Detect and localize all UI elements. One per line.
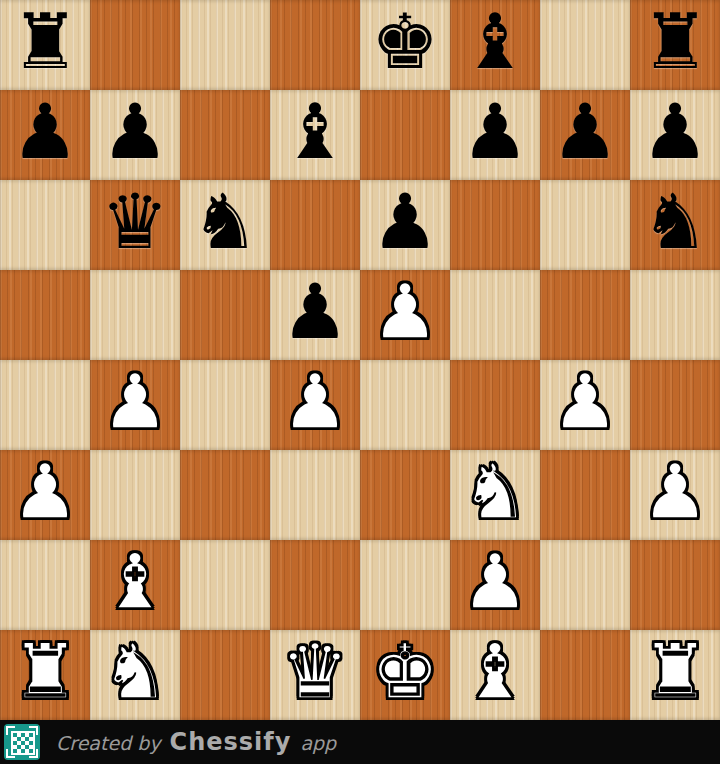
square-h7[interactable]: ♟ — [630, 90, 720, 180]
square-d2[interactable] — [270, 540, 360, 630]
square-a1[interactable]: ♜ — [0, 630, 90, 720]
square-b1[interactable]: ♞ — [90, 630, 180, 720]
black-pawn[interactable]: ♟ — [461, 87, 529, 177]
square-b5[interactable] — [90, 270, 180, 360]
square-e2[interactable] — [360, 540, 450, 630]
white-knight[interactable]: ♞ — [101, 627, 169, 717]
black-bishop[interactable]: ♝ — [461, 0, 529, 87]
white-pawn[interactable]: ♟ — [371, 267, 439, 357]
white-rook[interactable]: ♜ — [641, 627, 709, 717]
white-pawn[interactable]: ♟ — [101, 357, 169, 447]
black-pawn[interactable]: ♟ — [641, 87, 709, 177]
square-a2[interactable] — [0, 540, 90, 630]
white-pawn[interactable]: ♟ — [281, 357, 349, 447]
square-c2[interactable] — [180, 540, 270, 630]
square-g3[interactable] — [540, 450, 630, 540]
square-a4[interactable] — [0, 360, 90, 450]
white-knight[interactable]: ♞ — [461, 447, 529, 537]
square-b6[interactable]: ♛ — [90, 180, 180, 270]
square-f6[interactable] — [450, 180, 540, 270]
black-pawn[interactable]: ♟ — [371, 177, 439, 267]
square-c5[interactable] — [180, 270, 270, 360]
brand-name: Chessify — [170, 728, 292, 756]
square-c1[interactable] — [180, 630, 270, 720]
square-d1[interactable]: ♛ — [270, 630, 360, 720]
square-h6[interactable]: ♞ — [630, 180, 720, 270]
square-b7[interactable]: ♟ — [90, 90, 180, 180]
square-h8[interactable]: ♜ — [630, 0, 720, 90]
square-f3[interactable]: ♞ — [450, 450, 540, 540]
square-g8[interactable] — [540, 0, 630, 90]
square-f1[interactable]: ♝ — [450, 630, 540, 720]
created-by-label: Created by — [56, 732, 161, 754]
square-b8[interactable] — [90, 0, 180, 90]
white-bishop[interactable]: ♝ — [461, 627, 529, 717]
black-knight[interactable]: ♞ — [641, 177, 709, 267]
black-pawn[interactable]: ♟ — [11, 87, 79, 177]
white-pawn[interactable]: ♟ — [461, 537, 529, 627]
square-f2[interactable]: ♟ — [450, 540, 540, 630]
white-bishop[interactable]: ♝ — [101, 537, 169, 627]
square-a3[interactable]: ♟ — [0, 450, 90, 540]
square-a6[interactable] — [0, 180, 90, 270]
black-bishop[interactable]: ♝ — [281, 87, 349, 177]
black-rook[interactable]: ♜ — [641, 0, 709, 87]
checkerboard-icon — [11, 731, 35, 755]
black-pawn[interactable]: ♟ — [281, 267, 349, 357]
square-g7[interactable]: ♟ — [540, 90, 630, 180]
square-d6[interactable] — [270, 180, 360, 270]
square-f4[interactable] — [450, 360, 540, 450]
square-e5[interactable]: ♟ — [360, 270, 450, 360]
footer-bar: Created by Chessify app — [0, 720, 720, 764]
square-a7[interactable]: ♟ — [0, 90, 90, 180]
black-pawn[interactable]: ♟ — [101, 87, 169, 177]
white-pawn[interactable]: ♟ — [641, 447, 709, 537]
square-h2[interactable] — [630, 540, 720, 630]
black-queen[interactable]: ♛ — [101, 177, 169, 267]
chessify-diagram: ♜♚♝♜♟♟♝♟♟♟♛♞♟♞♟♟♟♟♟♟♞♟♝♟♜♞♛♚♝♜ Created b… — [0, 0, 720, 764]
square-g6[interactable] — [540, 180, 630, 270]
square-h1[interactable]: ♜ — [630, 630, 720, 720]
square-d4[interactable]: ♟ — [270, 360, 360, 450]
square-d5[interactable]: ♟ — [270, 270, 360, 360]
app-label: app — [300, 732, 336, 754]
square-g4[interactable]: ♟ — [540, 360, 630, 450]
square-d7[interactable]: ♝ — [270, 90, 360, 180]
white-queen[interactable]: ♛ — [281, 627, 349, 717]
white-king[interactable]: ♚ — [371, 627, 439, 717]
square-a5[interactable] — [0, 270, 90, 360]
square-h3[interactable]: ♟ — [630, 450, 720, 540]
black-pawn[interactable]: ♟ — [551, 87, 619, 177]
square-e8[interactable]: ♚ — [360, 0, 450, 90]
square-e3[interactable] — [360, 450, 450, 540]
square-c6[interactable]: ♞ — [180, 180, 270, 270]
square-a8[interactable]: ♜ — [0, 0, 90, 90]
square-c3[interactable] — [180, 450, 270, 540]
credit-text: Created by Chessify app — [56, 728, 336, 756]
square-g5[interactable] — [540, 270, 630, 360]
white-pawn[interactable]: ♟ — [551, 357, 619, 447]
chessify-logo-icon — [4, 724, 40, 760]
chess-board: ♜♚♝♜♟♟♝♟♟♟♛♞♟♞♟♟♟♟♟♟♞♟♝♟♜♞♛♚♝♜ — [0, 0, 720, 720]
square-d8[interactable] — [270, 0, 360, 90]
black-king[interactable]: ♚ — [371, 0, 439, 87]
square-e1[interactable]: ♚ — [360, 630, 450, 720]
square-b2[interactable]: ♝ — [90, 540, 180, 630]
white-rook[interactable]: ♜ — [11, 627, 79, 717]
square-h4[interactable] — [630, 360, 720, 450]
square-g2[interactable] — [540, 540, 630, 630]
square-f5[interactable] — [450, 270, 540, 360]
square-c7[interactable] — [180, 90, 270, 180]
square-g1[interactable] — [540, 630, 630, 720]
square-c4[interactable] — [180, 360, 270, 450]
square-e7[interactable] — [360, 90, 450, 180]
square-e6[interactable]: ♟ — [360, 180, 450, 270]
square-h5[interactable] — [630, 270, 720, 360]
square-f7[interactable]: ♟ — [450, 90, 540, 180]
white-pawn[interactable]: ♟ — [11, 447, 79, 537]
black-knight[interactable]: ♞ — [191, 177, 259, 267]
square-c8[interactable] — [180, 0, 270, 90]
square-b3[interactable] — [90, 450, 180, 540]
square-f8[interactable]: ♝ — [450, 0, 540, 90]
black-rook[interactable]: ♜ — [11, 0, 79, 87]
square-d3[interactable] — [270, 450, 360, 540]
square-b4[interactable]: ♟ — [90, 360, 180, 450]
square-e4[interactable] — [360, 360, 450, 450]
